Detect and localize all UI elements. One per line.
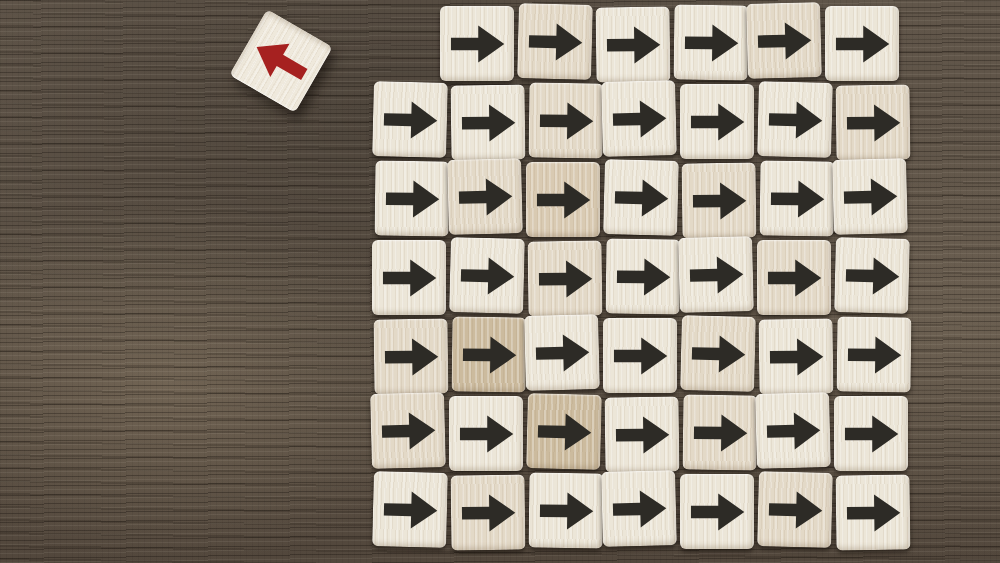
right-arrow-icon bbox=[534, 247, 597, 310]
cluster-cell bbox=[680, 472, 757, 550]
arrow-tile bbox=[755, 392, 831, 469]
cluster-cell bbox=[526, 394, 603, 472]
right-arrow-icon bbox=[838, 165, 901, 228]
arrow-tile bbox=[451, 475, 526, 551]
arrow-tile bbox=[682, 163, 757, 239]
right-arrow-icon bbox=[378, 478, 441, 541]
arrow-tile bbox=[517, 3, 593, 80]
cluster-cell bbox=[834, 82, 911, 160]
right-arrow-icon bbox=[376, 399, 439, 462]
right-arrow-icon bbox=[457, 481, 520, 544]
right-arrow-icon bbox=[686, 91, 748, 153]
photo-scene bbox=[0, 0, 1000, 563]
arrow-tile bbox=[451, 85, 526, 161]
outlier-tile bbox=[229, 9, 333, 113]
right-arrow-icon bbox=[458, 323, 521, 386]
arrow-tile bbox=[529, 473, 604, 549]
arrow-tile bbox=[449, 396, 523, 471]
right-arrow-icon bbox=[842, 481, 905, 544]
arrow-tile bbox=[601, 80, 677, 157]
cluster-cell bbox=[603, 238, 680, 316]
right-arrow-icon bbox=[766, 167, 829, 230]
cluster-cell bbox=[526, 472, 603, 550]
right-arrow-icon bbox=[761, 399, 824, 462]
arrow-tile bbox=[529, 83, 604, 159]
right-arrow-icon bbox=[686, 322, 749, 385]
cluster-cell bbox=[757, 394, 834, 472]
arrow-tile bbox=[601, 470, 677, 547]
arrow-tile bbox=[375, 161, 450, 237]
right-arrow-icon bbox=[381, 167, 444, 230]
arrow-tile bbox=[606, 239, 681, 315]
arrow-tile bbox=[832, 158, 908, 235]
cluster-cell bbox=[526, 82, 603, 160]
arrow-tile bbox=[526, 162, 600, 237]
cluster-cell bbox=[757, 4, 834, 82]
cluster-cell bbox=[603, 316, 680, 394]
arrow-tile bbox=[678, 236, 754, 313]
cluster-cell bbox=[372, 82, 449, 160]
arrow-tile bbox=[834, 396, 908, 471]
cluster-cell bbox=[757, 472, 834, 550]
right-arrow-icon bbox=[532, 400, 595, 463]
arrow-tile bbox=[372, 471, 448, 548]
right-arrow-icon bbox=[686, 481, 748, 543]
right-arrow-icon bbox=[535, 479, 598, 542]
cluster-cell bbox=[526, 316, 603, 394]
cluster-cell bbox=[757, 160, 834, 238]
arrow-tile bbox=[605, 397, 680, 473]
right-arrow-icon bbox=[455, 244, 518, 307]
right-arrow-icon bbox=[378, 88, 441, 151]
arrow-tile bbox=[603, 159, 679, 236]
cluster-cell bbox=[680, 394, 757, 472]
arrow-tile bbox=[440, 6, 514, 81]
right-arrow-icon bbox=[843, 323, 906, 386]
arrow-tile bbox=[452, 317, 527, 393]
cluster-cell bbox=[603, 82, 680, 160]
cluster-cell bbox=[449, 394, 526, 472]
arrow-tile bbox=[757, 81, 833, 158]
cluster-cell bbox=[526, 160, 603, 238]
cluster-cell bbox=[372, 238, 449, 316]
arrow-tile bbox=[528, 241, 603, 317]
cluster-cell bbox=[449, 160, 526, 238]
right-arrow-icon bbox=[378, 247, 440, 309]
arrow-tile bbox=[374, 319, 449, 395]
right-arrow-icon bbox=[523, 10, 586, 73]
arrow-tile bbox=[449, 237, 525, 314]
cluster-cell bbox=[603, 472, 680, 550]
right-arrow-icon bbox=[831, 13, 893, 75]
right-arrow-icon bbox=[763, 478, 826, 541]
arrow-tile bbox=[680, 474, 754, 549]
cluster-cell bbox=[834, 4, 911, 82]
right-arrow-icon bbox=[609, 166, 672, 229]
arrow-tile bbox=[524, 314, 600, 391]
right-arrow-icon bbox=[680, 11, 743, 74]
cluster-cell bbox=[680, 160, 757, 238]
right-arrow-icon bbox=[446, 13, 508, 75]
arrow-tile bbox=[759, 319, 834, 395]
arrow-tile bbox=[596, 7, 671, 83]
cluster-cell bbox=[603, 4, 680, 82]
arrow-tile bbox=[603, 318, 677, 393]
right-arrow-icon bbox=[457, 91, 520, 154]
arrow-tile bbox=[526, 393, 602, 470]
right-arrow-icon bbox=[532, 169, 594, 231]
cluster-cell bbox=[757, 82, 834, 160]
cluster-cell bbox=[834, 238, 911, 316]
arrow-tile bbox=[746, 2, 822, 79]
right-arrow-icon bbox=[535, 89, 598, 152]
arrow-tile bbox=[836, 85, 911, 161]
right-arrow-icon bbox=[840, 244, 903, 307]
arrow-tile bbox=[757, 240, 831, 315]
cluster-cell bbox=[372, 160, 449, 238]
red-up-left-arrow-icon bbox=[237, 17, 324, 104]
arrow-tile bbox=[372, 240, 446, 315]
right-arrow-icon bbox=[842, 91, 905, 154]
cluster-cell bbox=[372, 316, 449, 394]
arrow-tile bbox=[372, 81, 448, 158]
right-arrow-icon bbox=[688, 169, 751, 232]
right-arrow-icon bbox=[611, 403, 674, 466]
arrow-tile bbox=[834, 237, 910, 314]
arrow-tile bbox=[757, 471, 833, 548]
cluster-cell bbox=[372, 4, 449, 82]
cluster-cell bbox=[834, 394, 911, 472]
cluster-cell bbox=[680, 238, 757, 316]
right-arrow-icon bbox=[763, 88, 826, 151]
right-arrow-icon bbox=[455, 403, 517, 465]
cluster-cell bbox=[449, 316, 526, 394]
right-arrow-icon bbox=[609, 325, 671, 387]
outlier-tile-wrapper bbox=[243, 23, 319, 99]
cluster-cell bbox=[372, 472, 449, 550]
cluster-cell bbox=[680, 82, 757, 160]
cluster-cell bbox=[680, 316, 757, 394]
arrow-tile bbox=[683, 395, 758, 471]
right-arrow-icon bbox=[607, 477, 670, 540]
right-arrow-icon bbox=[689, 401, 752, 464]
right-arrow-icon bbox=[840, 403, 902, 465]
right-arrow-icon bbox=[765, 325, 828, 388]
arrow-tile bbox=[680, 84, 754, 159]
cluster-cell bbox=[449, 238, 526, 316]
cluster-cell bbox=[526, 4, 603, 82]
right-arrow-icon bbox=[453, 165, 516, 228]
arrow-tile-cluster bbox=[372, 4, 911, 550]
cluster-cell bbox=[834, 160, 911, 238]
cluster-cell bbox=[449, 4, 526, 82]
arrow-tile bbox=[836, 475, 911, 551]
cluster-cell bbox=[603, 394, 680, 472]
arrow-tile bbox=[680, 315, 756, 392]
cluster-cell bbox=[449, 82, 526, 160]
right-arrow-icon bbox=[607, 87, 670, 150]
arrow-tile bbox=[825, 6, 899, 81]
cluster-cell bbox=[372, 394, 449, 472]
right-arrow-icon bbox=[752, 9, 815, 72]
right-arrow-icon bbox=[684, 243, 747, 306]
right-arrow-icon bbox=[763, 247, 825, 309]
arrow-tile bbox=[837, 317, 912, 393]
cluster-cell bbox=[834, 472, 911, 550]
cluster-cell bbox=[603, 160, 680, 238]
arrow-tile bbox=[370, 392, 446, 469]
right-arrow-icon bbox=[380, 325, 443, 388]
right-arrow-icon bbox=[612, 245, 675, 308]
cluster-cell bbox=[757, 316, 834, 394]
cluster-cell bbox=[449, 472, 526, 550]
cluster-cell bbox=[526, 238, 603, 316]
arrow-tile bbox=[447, 158, 523, 235]
right-arrow-icon bbox=[530, 321, 593, 384]
arrow-tile bbox=[760, 161, 835, 237]
right-arrow-icon bbox=[602, 13, 665, 76]
cluster-cell bbox=[834, 316, 911, 394]
cluster-cell bbox=[757, 238, 834, 316]
arrow-tile bbox=[674, 5, 749, 81]
